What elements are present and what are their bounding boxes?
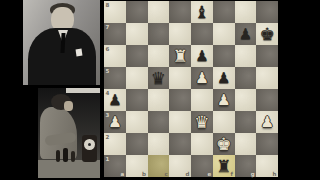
rank-label-5: 5	[106, 68, 110, 74]
square-h1[interactable]: h	[256, 155, 278, 177]
chess-piece-silhouette	[63, 148, 68, 162]
square-c8[interactable]	[148, 1, 170, 23]
rank-label-4: 4	[106, 90, 110, 96]
black-king-h7[interactable]: ♚	[260, 26, 275, 43]
rank-label-8: 8	[106, 2, 110, 8]
white-pawn-e5[interactable]: ♟	[195, 71, 208, 86]
square-e1[interactable]: e	[191, 155, 213, 177]
square-a5[interactable]: 5	[104, 67, 126, 89]
square-e2[interactable]	[191, 133, 213, 155]
chess-board: 8♝7♟♚6♜♟5♛♟♟4♟♟3♟♛♟2♚1abcdef♜gh	[104, 1, 278, 177]
photo-bottom-face	[64, 101, 73, 111]
square-g3[interactable]	[235, 111, 257, 133]
square-a8[interactable]: 8	[104, 1, 126, 23]
square-e5[interactable]: ♟	[191, 67, 213, 89]
square-a1[interactable]: 1a	[104, 155, 126, 177]
square-g2[interactable]	[235, 133, 257, 155]
square-g6[interactable]	[235, 45, 257, 67]
square-b6[interactable]	[126, 45, 148, 67]
square-d5[interactable]	[169, 67, 191, 89]
square-a6[interactable]: 6	[104, 45, 126, 67]
square-f4[interactable]: ♟	[213, 89, 235, 111]
rank-label-6: 6	[106, 46, 110, 52]
video-frame: 8♝7♟♚6♜♟5♛♟♟4♟♟3♟♛♟2♚1abcdef♜gh	[0, 0, 320, 180]
square-a7[interactable]: 7	[104, 23, 126, 45]
white-rook-d6[interactable]: ♜	[173, 48, 188, 65]
file-label-b: b	[142, 171, 146, 177]
player-photo-top	[23, 0, 100, 85]
photo-top-pocket-square	[76, 49, 83, 57]
square-c3[interactable]	[148, 111, 170, 133]
square-g8[interactable]	[235, 1, 257, 23]
square-d6[interactable]: ♜	[169, 45, 191, 67]
file-label-e: e	[208, 171, 212, 177]
square-h7[interactable]: ♚	[256, 23, 278, 45]
square-d7[interactable]	[169, 23, 191, 45]
rank-label-3: 3	[106, 112, 110, 118]
square-d4[interactable]	[169, 89, 191, 111]
square-b4[interactable]	[126, 89, 148, 111]
square-g1[interactable]: g	[235, 155, 257, 177]
black-pawn-e6[interactable]: ♟	[195, 49, 208, 64]
square-e8[interactable]: ♝	[191, 1, 213, 23]
square-h2[interactable]	[256, 133, 278, 155]
square-g5[interactable]	[235, 67, 257, 89]
square-h5[interactable]	[256, 67, 278, 89]
square-c2[interactable]	[148, 133, 170, 155]
square-c6[interactable]	[148, 45, 170, 67]
square-d1[interactable]: d	[169, 155, 191, 177]
black-queen-c5[interactable]: ♛	[151, 70, 166, 87]
square-d3[interactable]	[169, 111, 191, 133]
black-rook-f1[interactable]: ♜	[216, 158, 231, 175]
white-queen-e3[interactable]: ♛	[194, 114, 209, 131]
file-label-c: c	[164, 171, 167, 177]
square-e6[interactable]: ♟	[191, 45, 213, 67]
player-photo-bottom	[38, 88, 100, 178]
rank-label-7: 7	[106, 24, 110, 30]
square-h6[interactable]	[256, 45, 278, 67]
square-a4[interactable]: 4♟	[104, 89, 126, 111]
chess-piece-silhouette	[71, 151, 75, 162]
square-f5[interactable]: ♟	[213, 67, 235, 89]
white-pawn-h3[interactable]: ♟	[260, 115, 273, 130]
square-g4[interactable]	[235, 89, 257, 111]
square-h8[interactable]	[256, 1, 278, 23]
square-e3[interactable]: ♛	[191, 111, 213, 133]
photo-bottom-light-strip	[66, 88, 100, 93]
square-g7[interactable]: ♟	[235, 23, 257, 45]
square-f7[interactable]	[213, 23, 235, 45]
chess-clock-dot	[88, 143, 91, 146]
file-label-a: a	[121, 171, 125, 177]
square-b8[interactable]	[126, 1, 148, 23]
square-c4[interactable]	[148, 89, 170, 111]
file-label-d: d	[186, 171, 190, 177]
square-f2[interactable]: ♚	[213, 133, 235, 155]
black-pawn-f5[interactable]: ♟	[217, 71, 230, 86]
photo-bottom-table	[38, 160, 100, 178]
square-h4[interactable]	[256, 89, 278, 111]
white-king-f2[interactable]: ♚	[216, 136, 231, 153]
square-b3[interactable]	[126, 111, 148, 133]
file-label-f: f	[231, 171, 233, 177]
square-a3[interactable]: 3♟	[104, 111, 126, 133]
file-label-g: g	[251, 171, 255, 177]
square-c7[interactable]	[148, 23, 170, 45]
square-f3[interactable]	[213, 111, 235, 133]
square-e7[interactable]	[191, 23, 213, 45]
square-f6[interactable]	[213, 45, 235, 67]
square-b1[interactable]: b	[126, 155, 148, 177]
square-f8[interactable]	[213, 1, 235, 23]
square-c5[interactable]: ♛	[148, 67, 170, 89]
square-b2[interactable]	[126, 133, 148, 155]
white-pawn-a3[interactable]: ♟	[108, 115, 121, 130]
chess-piece-silhouette	[56, 150, 60, 162]
square-d2[interactable]	[169, 133, 191, 155]
file-label-h: h	[273, 171, 277, 177]
square-c1[interactable]: c	[148, 155, 170, 177]
square-a2[interactable]: 2	[104, 133, 126, 155]
square-d8[interactable]	[169, 1, 191, 23]
black-pawn-a4[interactable]: ♟	[108, 93, 121, 108]
rank-label-2: 2	[106, 134, 110, 140]
square-b5[interactable]	[126, 67, 148, 89]
square-f1[interactable]: f♜	[213, 155, 235, 177]
white-pawn-f4[interactable]: ♟	[217, 93, 230, 108]
black-bishop-e8[interactable]: ♝	[194, 4, 209, 21]
square-h3[interactable]: ♟	[256, 111, 278, 133]
rank-label-1: 1	[106, 156, 110, 162]
square-b7[interactable]	[126, 23, 148, 45]
square-e4[interactable]	[191, 89, 213, 111]
black-pawn-g7[interactable]: ♟	[239, 27, 252, 42]
